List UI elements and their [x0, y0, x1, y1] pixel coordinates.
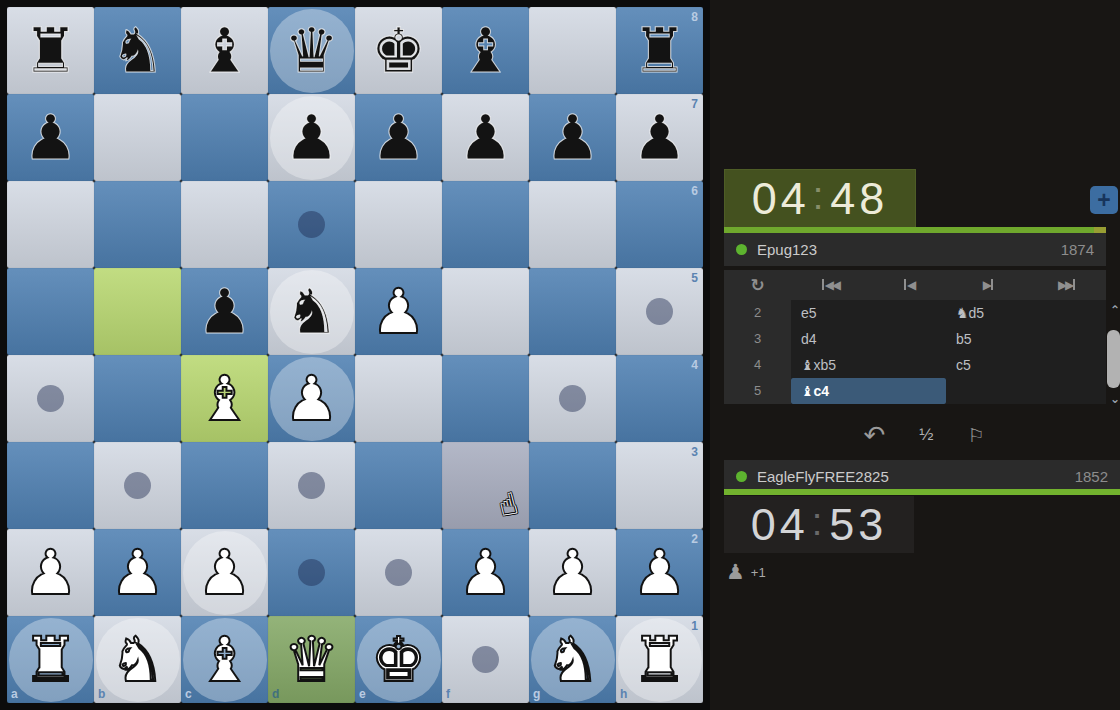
opponent-player-row[interactable]: Epug123 1874 — [724, 233, 1106, 266]
white-move-current[interactable]: ♝c4 — [791, 378, 946, 404]
square-a5[interactable] — [7, 268, 94, 355]
black-pawn-c5: ♟ — [181, 268, 268, 355]
move-number: 5 — [724, 378, 791, 404]
game-actions: ↶ ½ ⚐ — [724, 418, 1106, 452]
previous-move-button[interactable]: ◀ — [870, 278, 949, 292]
file-label-d: d — [272, 688, 279, 700]
draw-offer-icon[interactable]: ½ — [919, 425, 933, 445]
square-f6[interactable] — [442, 181, 529, 268]
clock-minutes: 04 — [751, 499, 809, 551]
square-a6[interactable] — [7, 181, 94, 268]
square-d6[interactable] — [268, 181, 355, 268]
resign-flag-icon[interactable]: ⚐ — [967, 424, 984, 446]
black-move[interactable]: b5 — [946, 326, 1106, 352]
premove-dot — [646, 298, 673, 325]
rank-label-4: 4 — [691, 359, 698, 371]
black-move[interactable] — [946, 378, 1106, 404]
premove-ring — [618, 618, 702, 702]
clock-seconds: 48 — [830, 173, 888, 225]
game-panel: 04:48 + Epug123 1874 ↻ ◀◀ ◀ ▶ ▶▶ 2 e5 ♞d… — [710, 0, 1120, 710]
file-label-b: b — [98, 688, 105, 700]
black-pawn-g7: ♟ — [529, 94, 616, 181]
square-f7[interactable]: ♟ — [442, 94, 529, 181]
player-rating: 1852 — [1075, 468, 1108, 485]
black-move[interactable]: ♞d5 — [946, 300, 1106, 326]
premove-dot — [472, 646, 499, 673]
captured-count: +1 — [751, 565, 766, 580]
square-d8[interactable]: ♛ — [268, 7, 355, 94]
opponent-name[interactable]: Epug123 — [757, 241, 817, 258]
square-h5[interactable]: 5 — [616, 268, 703, 355]
premove-ring — [357, 618, 441, 702]
black-pawn-f7: ♟ — [442, 94, 529, 181]
flip-board-icon[interactable]: ↻ — [724, 275, 791, 296]
premove-ring — [270, 9, 354, 93]
white-pawn-h2: ♟ — [616, 529, 703, 616]
premove-dot — [298, 472, 325, 499]
app-window: ♜♞♝♛♚♝♜8♟♟♟♟♟♟76♟♞♟5♝♟43♟♟♟♟♟♟2♜a♞b♝c♛d♚… — [0, 0, 1120, 710]
square-e5[interactable]: ♟ — [355, 268, 442, 355]
square-c4[interactable]: ♝ — [181, 355, 268, 442]
move-number: 3 — [724, 326, 791, 352]
premove-ring — [270, 96, 354, 180]
square-c3[interactable] — [181, 442, 268, 529]
file-label-h: h — [620, 688, 627, 700]
premove-ring — [183, 618, 267, 702]
square-g6[interactable] — [529, 181, 616, 268]
square-h6[interactable]: 6 — [616, 181, 703, 268]
square-b1[interactable]: ♞b — [94, 616, 181, 703]
square-b7[interactable] — [94, 94, 181, 181]
rank-label-5: 5 — [691, 272, 698, 284]
clock-seconds: 53 — [829, 499, 887, 551]
premove-dot — [298, 211, 325, 238]
premove-dot — [385, 559, 412, 586]
white-move[interactable]: ♝xb5 — [791, 352, 946, 378]
square-g2[interactable]: ♟ — [529, 529, 616, 616]
clock-minutes: 04 — [752, 173, 810, 225]
white-pawn-g2: ♟ — [529, 529, 616, 616]
premove-dot — [298, 559, 325, 586]
premove-ring — [183, 531, 267, 615]
square-a4[interactable] — [7, 355, 94, 442]
black-king-e8: ♚ — [355, 7, 442, 94]
file-label-c: c — [185, 688, 192, 700]
square-b3[interactable] — [94, 442, 181, 529]
rank-label-8: 8 — [691, 11, 698, 23]
rank-label-6: 6 — [691, 185, 698, 197]
premove-ring — [270, 357, 354, 441]
black-pawn-a7: ♟ — [7, 94, 94, 181]
premove-ring — [270, 270, 354, 354]
square-d2[interactable] — [268, 529, 355, 616]
square-a2[interactable]: ♟ — [7, 529, 94, 616]
white-pawn-a2: ♟ — [7, 529, 94, 616]
file-label-g: g — [533, 688, 540, 700]
square-e3[interactable] — [355, 442, 442, 529]
square-a8[interactable]: ♜ — [7, 7, 94, 94]
square-c5[interactable]: ♟ — [181, 268, 268, 355]
move-row: 3 d4 b5 — [724, 326, 1106, 352]
square-b8[interactable]: ♞ — [94, 7, 181, 94]
square-f5[interactable] — [442, 268, 529, 355]
premove-dot — [124, 472, 151, 499]
black-knight-b8: ♞ — [94, 7, 181, 94]
scroll-down-icon[interactable]: ⌄ — [1108, 392, 1120, 406]
scroll-up-icon[interactable]: ⌃ — [1108, 303, 1120, 317]
scrollbar-thumb[interactable] — [1107, 330, 1120, 388]
online-indicator — [736, 244, 747, 255]
black-pawn-h7: ♟ — [616, 94, 703, 181]
first-move-button[interactable]: ◀◀ — [791, 278, 870, 292]
white-pawn-e5: ♟ — [355, 268, 442, 355]
rank-label-7: 7 — [691, 98, 698, 110]
square-e4[interactable] — [355, 355, 442, 442]
square-b2[interactable]: ♟ — [94, 529, 181, 616]
premove-dot — [37, 385, 64, 412]
captured-pawn-icon: ♟ — [726, 560, 745, 584]
captured-pieces: ♟ +1 — [726, 560, 766, 584]
square-d4[interactable]: ♟ — [268, 355, 355, 442]
white-pawn-b2: ♟ — [94, 529, 181, 616]
black-bishop-c8: ♝ — [181, 7, 268, 94]
square-g4[interactable] — [529, 355, 616, 442]
square-e6[interactable] — [355, 181, 442, 268]
square-f1[interactable]: f — [442, 616, 529, 703]
premove-ring — [96, 618, 180, 702]
square-c1[interactable]: ♝c — [181, 616, 268, 703]
white-queen-d1: ♛ — [268, 616, 355, 703]
square-a3[interactable] — [7, 442, 94, 529]
square-a1[interactable]: ♜a — [7, 616, 94, 703]
square-c2[interactable]: ♟ — [181, 529, 268, 616]
move-row: 4 ♝xb5 c5 — [724, 352, 1106, 378]
file-label-a: a — [11, 688, 18, 700]
chess-board: ♜♞♝♛♚♝♜8♟♟♟♟♟♟76♟♞♟5♝♟43♟♟♟♟♟♟2♜a♞b♝c♛d♚… — [7, 7, 703, 703]
square-b5[interactable] — [94, 268, 181, 355]
square-f8[interactable]: ♝ — [442, 7, 529, 94]
square-c7[interactable] — [181, 94, 268, 181]
square-d7[interactable]: ♟ — [268, 94, 355, 181]
square-g8[interactable] — [529, 7, 616, 94]
rank-label-3: 3 — [691, 446, 698, 458]
square-h4[interactable]: 4 — [616, 355, 703, 442]
black-bishop-f8: ♝ — [442, 7, 529, 94]
square-c8[interactable]: ♝ — [181, 7, 268, 94]
premove-ring — [531, 618, 615, 702]
last-move-button[interactable]: ▶▶ — [1027, 278, 1106, 292]
square-h3[interactable]: 3 — [616, 442, 703, 529]
square-e2[interactable] — [355, 529, 442, 616]
premove-dot — [559, 385, 586, 412]
white-bishop-c4: ♝ — [181, 355, 268, 442]
opponent-rating: 1874 — [1061, 241, 1094, 258]
square-f4[interactable] — [442, 355, 529, 442]
square-h7[interactable]: ♟7 — [616, 94, 703, 181]
add-time-button[interactable]: + — [1090, 186, 1118, 214]
square-a7[interactable]: ♟ — [7, 94, 94, 181]
move-row: 5 ♝c4 — [724, 378, 1106, 404]
square-d3[interactable] — [268, 442, 355, 529]
square-g3[interactable] — [529, 442, 616, 529]
square-d1[interactable]: ♛d — [268, 616, 355, 703]
square-h8[interactable]: ♜8 — [616, 7, 703, 94]
move-row: 2 e5 ♞d5 — [724, 300, 1106, 326]
rank-label-2: 2 — [691, 533, 698, 545]
square-d5[interactable]: ♞ — [268, 268, 355, 355]
player-name[interactable]: EagleFlyFREE2825 — [757, 468, 889, 485]
white-pawn-f2: ♟ — [442, 529, 529, 616]
clock-colon: : — [813, 175, 828, 218]
square-c6[interactable] — [181, 181, 268, 268]
move-number: 2 — [724, 300, 791, 326]
white-move[interactable]: e5 — [791, 300, 946, 326]
player-clock: 04:53 — [724, 496, 914, 553]
player-time-bar — [724, 489, 1120, 495]
next-move-button[interactable]: ▶ — [949, 278, 1028, 292]
square-h1[interactable]: ♜1h — [616, 616, 703, 703]
black-rook-a8: ♜ — [7, 7, 94, 94]
move-number: 4 — [724, 352, 791, 378]
square-e1[interactable]: ♚e — [355, 616, 442, 703]
white-move[interactable]: d4 — [791, 326, 946, 352]
move-list: ↻ ◀◀ ◀ ▶ ▶▶ 2 e5 ♞d5 3 d4 b5 4 ♝xb5 c5 — [724, 270, 1106, 404]
opponent-clock: 04:48 — [724, 169, 916, 228]
file-label-f: f — [446, 688, 450, 700]
square-h2[interactable]: ♟2 — [616, 529, 703, 616]
square-g1[interactable]: ♞g — [529, 616, 616, 703]
online-indicator — [736, 471, 747, 482]
square-g7[interactable]: ♟ — [529, 94, 616, 181]
black-pawn-e7: ♟ — [355, 94, 442, 181]
square-e7[interactable]: ♟ — [355, 94, 442, 181]
black-rook-h8: ♜ — [616, 7, 703, 94]
premove-ring — [9, 618, 93, 702]
takeback-icon[interactable]: ↶ — [863, 420, 885, 450]
clock-colon: : — [812, 501, 827, 544]
file-label-e: e — [359, 688, 366, 700]
square-f2[interactable]: ♟ — [442, 529, 529, 616]
black-move[interactable]: c5 — [946, 352, 1106, 378]
square-e8[interactable]: ♚ — [355, 7, 442, 94]
board-area: ♜♞♝♛♚♝♜8♟♟♟♟♟♟76♟♞♟5♝♟43♟♟♟♟♟♟2♜a♞b♝c♛d♚… — [0, 0, 710, 710]
square-b4[interactable] — [94, 355, 181, 442]
square-g5[interactable] — [529, 268, 616, 355]
square-b6[interactable] — [94, 181, 181, 268]
rank-label-1: 1 — [691, 620, 698, 632]
move-nav-toolbar: ↻ ◀◀ ◀ ▶ ▶▶ — [724, 270, 1106, 300]
